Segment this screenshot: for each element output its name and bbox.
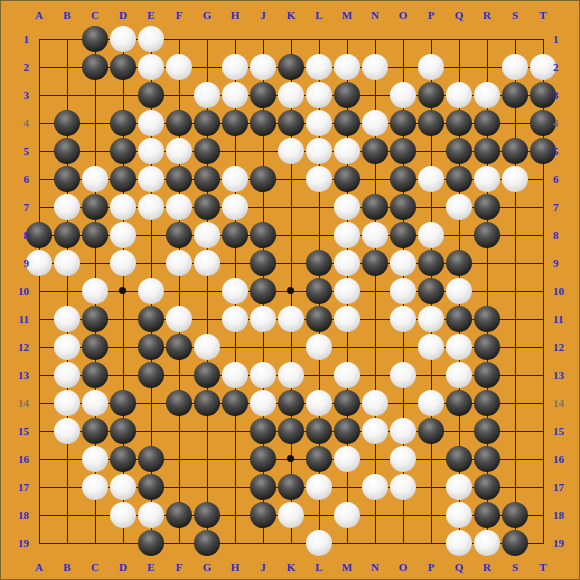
intersection-L4[interactable] [305,109,333,137]
intersection-E17[interactable] [137,473,165,501]
intersection-Q8[interactable] [445,221,473,249]
intersection-O18[interactable] [389,501,417,529]
intersection-J11[interactable] [249,305,277,333]
intersection-R5[interactable] [473,137,501,165]
intersection-P11[interactable] [417,305,445,333]
intersection-H7[interactable] [221,193,249,221]
intersection-F2[interactable] [165,53,193,81]
intersection-Q14[interactable] [445,389,473,417]
intersection-G8[interactable] [193,221,221,249]
intersection-B16[interactable] [53,445,81,473]
intersection-D9[interactable] [109,249,137,277]
intersection-Q16[interactable] [445,445,473,473]
intersection-A4[interactable] [25,109,53,137]
intersection-Q17[interactable] [445,473,473,501]
intersection-H18[interactable] [221,501,249,529]
intersection-S17[interactable] [501,473,529,501]
intersection-D8[interactable] [109,221,137,249]
intersection-S16[interactable] [501,445,529,473]
intersection-K17[interactable] [277,473,305,501]
intersection-C15[interactable] [81,417,109,445]
intersection-Q6[interactable] [445,165,473,193]
intersection-C2[interactable] [81,53,109,81]
intersection-B7[interactable] [53,193,81,221]
intersection-P7[interactable] [417,193,445,221]
intersection-Q9[interactable] [445,249,473,277]
intersection-N7[interactable] [361,193,389,221]
intersection-K1[interactable] [277,25,305,53]
intersection-K10[interactable] [277,277,305,305]
intersection-F14[interactable] [165,389,193,417]
intersection-E15[interactable] [137,417,165,445]
intersection-R19[interactable] [473,529,501,557]
intersection-O10[interactable] [389,277,417,305]
intersection-H19[interactable] [221,529,249,557]
intersection-B4[interactable] [53,109,81,137]
intersection-B10[interactable] [53,277,81,305]
intersection-A3[interactable] [25,81,53,109]
intersection-N9[interactable] [361,249,389,277]
intersection-L18[interactable] [305,501,333,529]
intersection-G19[interactable] [193,529,221,557]
intersection-C17[interactable] [81,473,109,501]
intersection-N10[interactable] [361,277,389,305]
intersection-M16[interactable] [333,445,361,473]
intersection-B18[interactable] [53,501,81,529]
intersection-G17[interactable] [193,473,221,501]
intersection-L7[interactable] [305,193,333,221]
intersection-B1[interactable] [53,25,81,53]
intersection-E3[interactable] [137,81,165,109]
intersection-H16[interactable] [221,445,249,473]
intersection-J2[interactable] [249,53,277,81]
intersection-M3[interactable] [333,81,361,109]
intersection-J5[interactable] [249,137,277,165]
intersection-P16[interactable] [417,445,445,473]
intersection-H13[interactable] [221,361,249,389]
intersection-A17[interactable] [25,473,53,501]
intersection-C3[interactable] [81,81,109,109]
intersection-B19[interactable] [53,529,81,557]
intersection-Q3[interactable] [445,81,473,109]
intersection-R14[interactable] [473,389,501,417]
intersection-P13[interactable] [417,361,445,389]
intersection-P4[interactable] [417,109,445,137]
intersection-S19[interactable] [501,529,529,557]
intersection-A6[interactable] [25,165,53,193]
intersection-N14[interactable] [361,389,389,417]
intersection-D13[interactable] [109,361,137,389]
intersection-K7[interactable] [277,193,305,221]
intersection-P8[interactable] [417,221,445,249]
intersection-Q11[interactable] [445,305,473,333]
intersection-C1[interactable] [81,25,109,53]
intersection-B9[interactable] [53,249,81,277]
intersection-S11[interactable] [501,305,529,333]
intersection-J1[interactable] [249,25,277,53]
intersection-G12[interactable] [193,333,221,361]
intersection-M2[interactable] [333,53,361,81]
intersection-N4[interactable] [361,109,389,137]
intersection-B12[interactable] [53,333,81,361]
intersection-A16[interactable] [25,445,53,473]
intersection-F3[interactable] [165,81,193,109]
intersection-D12[interactable] [109,333,137,361]
intersection-F8[interactable] [165,221,193,249]
intersection-M9[interactable] [333,249,361,277]
intersection-D15[interactable] [109,417,137,445]
intersection-L2[interactable] [305,53,333,81]
intersection-D3[interactable] [109,81,137,109]
intersection-G18[interactable] [193,501,221,529]
intersection-D1[interactable] [109,25,137,53]
intersection-S9[interactable] [501,249,529,277]
intersection-D11[interactable] [109,305,137,333]
intersection-R15[interactable] [473,417,501,445]
intersection-F17[interactable] [165,473,193,501]
intersection-P18[interactable] [417,501,445,529]
intersection-M19[interactable] [333,529,361,557]
intersection-L9[interactable] [305,249,333,277]
intersection-C9[interactable] [81,249,109,277]
intersection-M15[interactable] [333,417,361,445]
intersection-C4[interactable] [81,109,109,137]
intersection-F12[interactable] [165,333,193,361]
intersection-R18[interactable] [473,501,501,529]
intersection-N12[interactable] [361,333,389,361]
intersection-K18[interactable] [277,501,305,529]
intersection-G1[interactable] [193,25,221,53]
intersection-L10[interactable] [305,277,333,305]
intersection-B13[interactable] [53,361,81,389]
intersection-G3[interactable] [193,81,221,109]
intersection-L14[interactable] [305,389,333,417]
intersection-L16[interactable] [305,445,333,473]
intersection-J6[interactable] [249,165,277,193]
intersection-C5[interactable] [81,137,109,165]
intersection-F10[interactable] [165,277,193,305]
intersection-L11[interactable] [305,305,333,333]
intersection-D14[interactable] [109,389,137,417]
intersection-C11[interactable] [81,305,109,333]
intersection-L19[interactable] [305,529,333,557]
intersection-S6[interactable] [501,165,529,193]
intersection-B14[interactable] [53,389,81,417]
intersection-Q10[interactable] [445,277,473,305]
intersection-C6[interactable] [81,165,109,193]
intersection-S3[interactable] [501,81,529,109]
intersection-F13[interactable] [165,361,193,389]
intersection-N17[interactable] [361,473,389,501]
intersection-M5[interactable] [333,137,361,165]
intersection-G13[interactable] [193,361,221,389]
intersection-P6[interactable] [417,165,445,193]
intersection-O13[interactable] [389,361,417,389]
intersection-E10[interactable] [137,277,165,305]
intersection-S8[interactable] [501,221,529,249]
intersection-E14[interactable] [137,389,165,417]
intersection-Q2[interactable] [445,53,473,81]
intersection-E7[interactable] [137,193,165,221]
intersection-M13[interactable] [333,361,361,389]
intersection-O5[interactable] [389,137,417,165]
intersection-A8[interactable] [25,221,53,249]
intersection-H2[interactable] [221,53,249,81]
intersection-P3[interactable] [417,81,445,109]
intersection-H11[interactable] [221,305,249,333]
intersection-K14[interactable] [277,389,305,417]
intersection-A9[interactable] [25,249,53,277]
intersection-P2[interactable] [417,53,445,81]
intersection-J16[interactable] [249,445,277,473]
intersection-A12[interactable] [25,333,53,361]
intersection-R6[interactable] [473,165,501,193]
intersection-J12[interactable] [249,333,277,361]
intersection-A15[interactable] [25,417,53,445]
intersection-C18[interactable] [81,501,109,529]
intersection-F19[interactable] [165,529,193,557]
intersection-N5[interactable] [361,137,389,165]
intersection-H9[interactable] [221,249,249,277]
intersection-E6[interactable] [137,165,165,193]
intersection-H6[interactable] [221,165,249,193]
intersection-B2[interactable] [53,53,81,81]
intersection-A14[interactable] [25,389,53,417]
intersection-P17[interactable] [417,473,445,501]
intersection-E16[interactable] [137,445,165,473]
intersection-R4[interactable] [473,109,501,137]
intersection-E8[interactable] [137,221,165,249]
intersection-Q15[interactable] [445,417,473,445]
intersection-Q12[interactable] [445,333,473,361]
intersection-B3[interactable] [53,81,81,109]
intersection-J9[interactable] [249,249,277,277]
intersection-E18[interactable] [137,501,165,529]
intersection-N11[interactable] [361,305,389,333]
intersection-D6[interactable] [109,165,137,193]
intersection-S4[interactable] [501,109,529,137]
intersection-G14[interactable] [193,389,221,417]
intersection-B15[interactable] [53,417,81,445]
intersection-H15[interactable] [221,417,249,445]
intersection-J14[interactable] [249,389,277,417]
intersection-N1[interactable] [361,25,389,53]
intersection-Q5[interactable] [445,137,473,165]
intersection-K4[interactable] [277,109,305,137]
intersection-L5[interactable] [305,137,333,165]
intersection-R16[interactable] [473,445,501,473]
intersection-D17[interactable] [109,473,137,501]
intersection-D5[interactable] [109,137,137,165]
intersection-L13[interactable] [305,361,333,389]
intersection-A19[interactable] [25,529,53,557]
intersection-B11[interactable] [53,305,81,333]
intersection-R3[interactable] [473,81,501,109]
intersection-O6[interactable] [389,165,417,193]
intersection-A5[interactable] [25,137,53,165]
intersection-R8[interactable] [473,221,501,249]
intersection-P9[interactable] [417,249,445,277]
intersection-J8[interactable] [249,221,277,249]
intersection-F5[interactable] [165,137,193,165]
intersection-A13[interactable] [25,361,53,389]
intersection-S18[interactable] [501,501,529,529]
intersection-S7[interactable] [501,193,529,221]
intersection-N19[interactable] [361,529,389,557]
intersection-C10[interactable] [81,277,109,305]
intersection-H17[interactable] [221,473,249,501]
intersection-A2[interactable] [25,53,53,81]
intersection-Q13[interactable] [445,361,473,389]
intersection-S14[interactable] [501,389,529,417]
intersection-P5[interactable] [417,137,445,165]
intersection-A11[interactable] [25,305,53,333]
intersection-O14[interactable] [389,389,417,417]
intersection-J13[interactable] [249,361,277,389]
intersection-R10[interactable] [473,277,501,305]
intersection-C14[interactable] [81,389,109,417]
intersection-O19[interactable] [389,529,417,557]
intersection-J18[interactable] [249,501,277,529]
intersection-D2[interactable] [109,53,137,81]
intersection-M1[interactable] [333,25,361,53]
intersection-K3[interactable] [277,81,305,109]
intersection-O4[interactable] [389,109,417,137]
intersection-L6[interactable] [305,165,333,193]
intersection-G6[interactable] [193,165,221,193]
intersection-C13[interactable] [81,361,109,389]
intersection-P1[interactable] [417,25,445,53]
intersection-K6[interactable] [277,165,305,193]
intersection-E19[interactable] [137,529,165,557]
intersection-M10[interactable] [333,277,361,305]
intersection-K5[interactable] [277,137,305,165]
intersection-N13[interactable] [361,361,389,389]
intersection-A1[interactable] [25,25,53,53]
intersection-K16[interactable] [277,445,305,473]
intersection-C16[interactable] [81,445,109,473]
intersection-H10[interactable] [221,277,249,305]
intersection-B17[interactable] [53,473,81,501]
intersection-L8[interactable] [305,221,333,249]
intersection-R1[interactable] [473,25,501,53]
intersection-F16[interactable] [165,445,193,473]
intersection-D4[interactable] [109,109,137,137]
intersection-G15[interactable] [193,417,221,445]
intersection-G16[interactable] [193,445,221,473]
intersection-E5[interactable] [137,137,165,165]
intersection-C8[interactable] [81,221,109,249]
intersection-E1[interactable] [137,25,165,53]
intersection-E11[interactable] [137,305,165,333]
intersection-R12[interactable] [473,333,501,361]
intersection-M14[interactable] [333,389,361,417]
intersection-O8[interactable] [389,221,417,249]
intersection-S15[interactable] [501,417,529,445]
intersection-L12[interactable] [305,333,333,361]
intersection-E2[interactable] [137,53,165,81]
intersection-G4[interactable] [193,109,221,137]
intersection-J17[interactable] [249,473,277,501]
intersection-S12[interactable] [501,333,529,361]
intersection-Q7[interactable] [445,193,473,221]
intersection-H8[interactable] [221,221,249,249]
intersection-O2[interactable] [389,53,417,81]
intersection-E12[interactable] [137,333,165,361]
intersection-S2[interactable] [501,53,529,81]
intersection-O11[interactable] [389,305,417,333]
intersection-O17[interactable] [389,473,417,501]
intersection-M18[interactable] [333,501,361,529]
intersection-N8[interactable] [361,221,389,249]
intersection-O12[interactable] [389,333,417,361]
intersection-S1[interactable] [501,25,529,53]
intersection-J10[interactable] [249,277,277,305]
intersection-F4[interactable] [165,109,193,137]
intersection-O15[interactable] [389,417,417,445]
intersection-L1[interactable] [305,25,333,53]
intersection-H1[interactable] [221,25,249,53]
intersection-O3[interactable] [389,81,417,109]
intersection-F6[interactable] [165,165,193,193]
intersection-K15[interactable] [277,417,305,445]
intersection-K13[interactable] [277,361,305,389]
intersection-R9[interactable] [473,249,501,277]
intersection-R11[interactable] [473,305,501,333]
intersection-P14[interactable] [417,389,445,417]
intersection-G2[interactable] [193,53,221,81]
intersection-S13[interactable] [501,361,529,389]
intersection-H12[interactable] [221,333,249,361]
intersection-N18[interactable] [361,501,389,529]
intersection-F15[interactable] [165,417,193,445]
intersection-M4[interactable] [333,109,361,137]
intersection-J19[interactable] [249,529,277,557]
intersection-C12[interactable] [81,333,109,361]
intersection-D18[interactable] [109,501,137,529]
intersection-H4[interactable] [221,109,249,137]
intersection-L3[interactable] [305,81,333,109]
intersection-M11[interactable] [333,305,361,333]
intersection-B5[interactable] [53,137,81,165]
intersection-K12[interactable] [277,333,305,361]
intersection-G11[interactable] [193,305,221,333]
intersection-R13[interactable] [473,361,501,389]
intersection-M17[interactable] [333,473,361,501]
intersection-F9[interactable] [165,249,193,277]
intersection-F1[interactable] [165,25,193,53]
intersection-Q1[interactable] [445,25,473,53]
intersection-O1[interactable] [389,25,417,53]
intersection-M6[interactable] [333,165,361,193]
intersection-G7[interactable] [193,193,221,221]
intersection-N2[interactable] [361,53,389,81]
intersection-B6[interactable] [53,165,81,193]
intersection-B8[interactable] [53,221,81,249]
intersection-H14[interactable] [221,389,249,417]
intersection-F11[interactable] [165,305,193,333]
intersection-C19[interactable] [81,529,109,557]
intersection-M7[interactable] [333,193,361,221]
intersection-Q19[interactable] [445,529,473,557]
intersection-S5[interactable] [501,137,529,165]
intersection-J4[interactable] [249,109,277,137]
intersection-O16[interactable] [389,445,417,473]
intersection-P15[interactable] [417,417,445,445]
intersection-F18[interactable] [165,501,193,529]
intersection-R17[interactable] [473,473,501,501]
intersection-E13[interactable] [137,361,165,389]
